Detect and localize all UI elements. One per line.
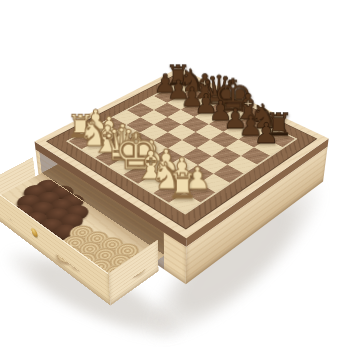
piece-black-pawn-h7: ♟ — [244, 120, 289, 148]
product-photo-scene: ♜♞♝♛♚♝♞♜♟♟♟♟♟♟♟♟♟♟♟♟♟♟♟♟♜♞♝♛♚♝♞♜ — [0, 0, 350, 350]
piece-white-rook-h1: ♜ — [158, 169, 207, 204]
drawer-knob-icon[interactable] — [31, 227, 38, 239]
